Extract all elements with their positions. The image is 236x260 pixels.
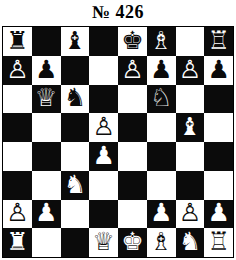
square-b3 (32, 171, 61, 200)
square-g5: ♝ (176, 113, 205, 142)
black-bishop-icon: ♗ (150, 28, 172, 53)
white-pawn-icon: ♟ (150, 200, 172, 225)
square-d4: ♟ (89, 142, 118, 171)
white-knight-icon: ♞ (179, 229, 201, 254)
square-e8: ♚ (118, 27, 147, 56)
square-e5 (118, 113, 147, 142)
white-pawn-icon: ♙ (92, 114, 114, 139)
black-pawn-icon: ♙ (6, 57, 28, 82)
white-pawn-icon: ♟ (35, 200, 57, 225)
square-g8 (176, 27, 205, 56)
black-knight-icon: ♞ (64, 85, 86, 110)
white-rook-icon: ♖ (207, 229, 229, 254)
white-pawn-icon: ♙ (179, 200, 201, 225)
square-f5 (147, 113, 176, 142)
square-e6 (118, 85, 147, 114)
black-pawn-icon: ♟ (35, 57, 57, 82)
square-a2: ♙ (3, 200, 32, 229)
square-h6 (204, 85, 233, 114)
square-c5 (61, 113, 90, 142)
square-h8: ♖ (204, 27, 233, 56)
square-a5 (3, 113, 32, 142)
square-c7 (61, 56, 90, 85)
square-f7: ♟ (147, 56, 176, 85)
square-h4 (204, 142, 233, 171)
black-king-icon: ♚ (121, 28, 143, 53)
square-d2 (89, 200, 118, 229)
black-pawn-icon: ♙ (121, 57, 143, 82)
square-c3: ♞ (61, 171, 90, 200)
square-f3 (147, 171, 176, 200)
white-bishop-icon: ♗ (150, 229, 172, 254)
square-f4 (147, 142, 176, 171)
black-pawn-icon: ♟ (150, 57, 172, 82)
square-h7: ♟ (204, 56, 233, 85)
square-b4 (32, 142, 61, 171)
square-d7 (89, 56, 118, 85)
square-c6: ♞ (61, 85, 90, 114)
square-a6 (3, 85, 32, 114)
square-d8 (89, 27, 118, 56)
black-rook-icon: ♖ (207, 28, 229, 53)
square-c2 (61, 200, 90, 229)
square-e1: ♚ (118, 228, 147, 257)
square-h3 (204, 171, 233, 200)
square-g2: ♙ (176, 200, 205, 229)
square-b6: ♕ (32, 85, 61, 114)
square-a8: ♜ (3, 27, 32, 56)
square-e7: ♙ (118, 56, 147, 85)
white-knight-icon: ♞ (64, 172, 86, 197)
white-rook-icon: ♜ (6, 229, 28, 254)
black-rook-icon: ♜ (6, 28, 28, 53)
square-f6: ♘ (147, 85, 176, 114)
square-a4 (3, 142, 32, 171)
square-b1 (32, 228, 61, 257)
square-g6 (176, 85, 205, 114)
chess-board: ♜♝♚♗♖♙♟♙♟♙♟♕♞♘♙♝♟♞♙♟♟♙♟♜♕♚♗♞♖ (2, 26, 234, 258)
black-bishop-icon: ♝ (64, 28, 86, 53)
square-g3 (176, 171, 205, 200)
white-pawn-icon: ♟ (207, 200, 229, 225)
square-g4 (176, 142, 205, 171)
square-d3 (89, 171, 118, 200)
square-d1: ♕ (89, 228, 118, 257)
square-f2: ♟ (147, 200, 176, 229)
square-a1: ♜ (3, 228, 32, 257)
square-f1: ♗ (147, 228, 176, 257)
square-f8: ♗ (147, 27, 176, 56)
black-queen-icon: ♕ (35, 85, 57, 110)
white-pawn-icon: ♟ (92, 143, 114, 168)
diagram-page: № 426 ♜♝♚♗♖♙♟♙♟♙♟♕♞♘♙♝♟♞♙♟♟♙♟♜♕♚♗♞♖ (0, 0, 236, 260)
square-d6 (89, 85, 118, 114)
square-b2: ♟ (32, 200, 61, 229)
white-queen-icon: ♕ (92, 229, 114, 254)
white-king-icon: ♚ (121, 229, 143, 254)
diagram-number: № 426 (0, 0, 236, 23)
square-c1 (61, 228, 90, 257)
square-d5: ♙ (89, 113, 118, 142)
square-b8 (32, 27, 61, 56)
square-g1: ♞ (176, 228, 205, 257)
square-h1: ♖ (204, 228, 233, 257)
black-pawn-icon: ♙ (179, 57, 201, 82)
square-b7: ♟ (32, 56, 61, 85)
square-a3 (3, 171, 32, 200)
white-bishop-icon: ♝ (179, 114, 201, 139)
black-knight-icon: ♘ (150, 85, 172, 110)
square-e3 (118, 171, 147, 200)
square-g7: ♙ (176, 56, 205, 85)
square-h5 (204, 113, 233, 142)
square-c8: ♝ (61, 27, 90, 56)
white-pawn-icon: ♙ (6, 200, 28, 225)
black-pawn-icon: ♟ (207, 57, 229, 82)
square-a7: ♙ (3, 56, 32, 85)
square-e2 (118, 200, 147, 229)
square-b5 (32, 113, 61, 142)
square-c4 (61, 142, 90, 171)
square-h2: ♟ (204, 200, 233, 229)
square-e4 (118, 142, 147, 171)
